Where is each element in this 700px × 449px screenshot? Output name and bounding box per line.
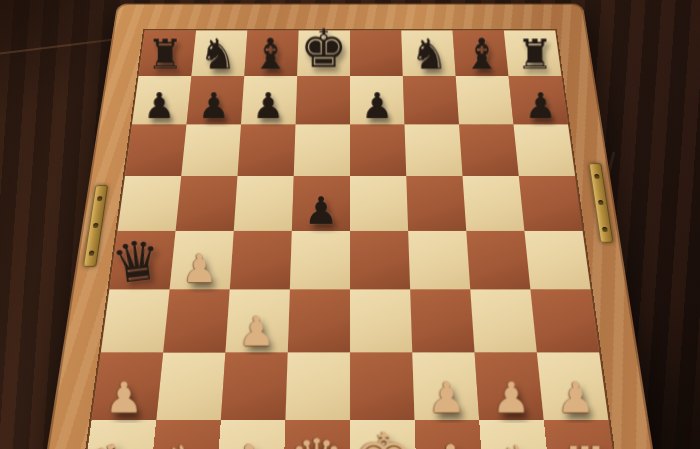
square-g1[interactable]: ♞ <box>479 420 551 449</box>
square-c8[interactable]: ♝ <box>244 30 298 76</box>
piece-white-bishop-f1[interactable]: ♝ <box>426 437 475 449</box>
square-g3[interactable] <box>470 289 537 352</box>
piece-white-queen-d1[interactable]: ♛ <box>289 430 344 449</box>
piece-white-knight-b1[interactable]: ♞ <box>159 438 207 449</box>
square-e7[interactable]: ♟ <box>350 76 405 124</box>
square-h2[interactable]: ♟ <box>537 352 609 420</box>
square-a5[interactable] <box>117 175 181 230</box>
square-c5[interactable] <box>234 175 294 230</box>
square-d2[interactable] <box>285 352 350 420</box>
square-f7[interactable] <box>403 76 459 124</box>
square-a2[interactable]: ♟ <box>92 352 164 420</box>
square-g6[interactable] <box>459 124 519 175</box>
square-h3[interactable] <box>530 289 599 352</box>
piece-white-pawn-h2[interactable]: ♟ <box>557 376 595 418</box>
square-b7[interactable]: ♟ <box>186 76 244 124</box>
square-b2[interactable] <box>156 352 225 420</box>
chess-board: ♜♞♝♚♞♝♜♟♟♟♟♟♟♛♟♟♟♟♟♟♜♞♝♛♚♝♞♜ <box>82 30 619 449</box>
piece-white-king-e1[interactable]: ♚ <box>353 424 413 449</box>
brass-hinge-right <box>589 163 614 242</box>
square-f2[interactable]: ♟ <box>412 352 479 420</box>
square-f3[interactable] <box>410 289 474 352</box>
square-a1[interactable]: ♜ <box>82 420 157 449</box>
square-b6[interactable] <box>181 124 241 175</box>
board-perspective-wrapper: ♜♞♝♚♞♝♜♟♟♟♟♟♟♛♟♟♟♟♟♟♜♞♝♛♚♝♞♜ <box>82 0 618 449</box>
square-b4[interactable]: ♟ <box>170 230 234 289</box>
square-c1[interactable]: ♝ <box>216 420 286 449</box>
folding-chess-board: ♜♞♝♚♞♝♜♟♟♟♟♟♟♛♟♟♟♟♟♟♜♞♝♛♚♝♞♜ <box>32 3 667 449</box>
square-b3[interactable] <box>163 289 230 352</box>
table-background: ♜♞♝♚♞♝♜♟♟♟♟♟♟♛♟♟♟♟♟♟♜♞♝♛♚♝♞♜ <box>0 0 700 449</box>
square-a7[interactable]: ♟ <box>132 76 191 124</box>
brass-hinge-left <box>83 185 108 267</box>
piece-black-pawn-b7[interactable]: ♟ <box>198 87 230 123</box>
square-d8[interactable]: ♚ <box>297 30 350 76</box>
square-c6[interactable] <box>237 124 295 175</box>
piece-black-pawn-c7[interactable]: ♟ <box>252 87 284 123</box>
square-f1[interactable]: ♝ <box>415 420 485 449</box>
piece-black-bishop-g8[interactable]: ♝ <box>463 32 501 75</box>
piece-black-bishop-c8[interactable]: ♝ <box>252 32 290 75</box>
square-e5[interactable] <box>350 175 408 230</box>
square-b5[interactable] <box>176 175 238 230</box>
square-h6[interactable] <box>514 124 576 175</box>
square-c2[interactable] <box>221 352 288 420</box>
piece-black-pawn-a7[interactable]: ♟ <box>143 87 175 123</box>
square-g5[interactable] <box>463 175 525 230</box>
piece-white-bishop-c1[interactable]: ♝ <box>225 437 274 449</box>
piece-black-knight-b8[interactable]: ♞ <box>199 33 237 75</box>
square-d3[interactable] <box>288 289 350 352</box>
piece-white-pawn-a2[interactable]: ♟ <box>105 376 143 418</box>
square-c4[interactable] <box>230 230 292 289</box>
piece-black-pawn-d5[interactable]: ♟ <box>304 191 338 229</box>
square-e3[interactable] <box>350 289 412 352</box>
square-b1[interactable]: ♞ <box>149 420 221 449</box>
square-f8[interactable]: ♞ <box>401 30 455 76</box>
piece-black-knight-f8[interactable]: ♞ <box>410 33 448 75</box>
piece-white-pawn-f2[interactable]: ♟ <box>428 376 466 418</box>
square-f6[interactable] <box>405 124 463 175</box>
square-g7[interactable] <box>456 76 514 124</box>
square-e2[interactable] <box>350 352 415 420</box>
square-e6[interactable] <box>350 124 406 175</box>
square-d1[interactable]: ♛ <box>283 420 350 449</box>
square-g4[interactable] <box>466 230 530 289</box>
square-h7[interactable]: ♟ <box>509 76 568 124</box>
square-d7[interactable] <box>295 76 350 124</box>
square-h5[interactable] <box>519 175 583 230</box>
square-e8[interactable] <box>350 30 403 76</box>
square-a6[interactable] <box>125 124 187 175</box>
square-f4[interactable] <box>408 230 470 289</box>
piece-black-rook-h8[interactable]: ♜ <box>517 34 554 75</box>
square-e1[interactable]: ♚ <box>350 420 417 449</box>
square-b8[interactable]: ♞ <box>191 30 247 76</box>
square-a8[interactable]: ♜ <box>139 30 197 76</box>
piece-white-pawn-c3[interactable]: ♟ <box>238 310 275 351</box>
square-c7[interactable]: ♟ <box>241 76 297 124</box>
piece-black-pawn-h7[interactable]: ♟ <box>525 87 557 123</box>
piece-black-rook-a8[interactable]: ♜ <box>147 34 184 75</box>
piece-black-queen-a4[interactable]: ♛ <box>109 231 165 292</box>
square-f5[interactable] <box>406 175 466 230</box>
piece-white-pawn-b4[interactable]: ♟ <box>182 249 217 288</box>
square-h4[interactable] <box>524 230 590 289</box>
piece-black-king-d8[interactable]: ♚ <box>300 22 347 75</box>
square-c3[interactable]: ♟ <box>225 289 289 352</box>
square-d5[interactable]: ♟ <box>292 175 350 230</box>
square-g8[interactable]: ♝ <box>453 30 509 76</box>
piece-black-pawn-e7[interactable]: ♟ <box>361 87 393 123</box>
piece-white-pawn-g2[interactable]: ♟ <box>492 376 530 418</box>
square-a3[interactable] <box>101 289 170 352</box>
square-a4[interactable]: ♛ <box>109 230 175 289</box>
square-h1[interactable]: ♜ <box>544 420 619 449</box>
square-d6[interactable] <box>294 124 350 175</box>
piece-white-knight-g1[interactable]: ♞ <box>494 438 542 449</box>
square-h8[interactable]: ♜ <box>504 30 562 76</box>
square-d4[interactable] <box>290 230 350 289</box>
piece-white-rook-h1[interactable]: ♜ <box>561 439 608 449</box>
square-e4[interactable] <box>350 230 410 289</box>
square-g2[interactable]: ♟ <box>475 352 544 420</box>
